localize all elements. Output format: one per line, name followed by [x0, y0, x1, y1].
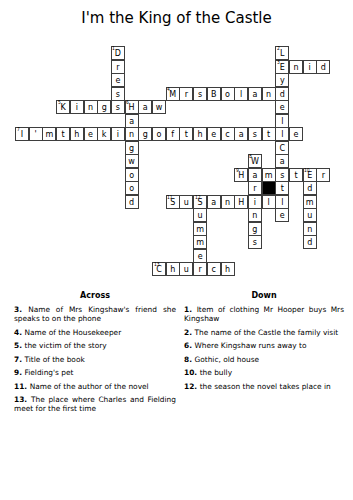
cell-letter: c — [222, 128, 234, 141]
cell-letter: r — [180, 88, 192, 101]
cell-letter: t — [57, 128, 69, 141]
grid-cell-r7-c5: h — [70, 127, 84, 141]
clue-down-1: 1. Item of clothing Mr Hooper buys Mrs K… — [184, 305, 344, 323]
grid-cell-r1-c20: L2 — [275, 46, 289, 60]
grid-cell-r4-c8: s — [111, 87, 125, 101]
grid-cell-r9-c9: w — [125, 154, 139, 168]
cell-letter: h — [194, 128, 206, 141]
clue-across-4: 4. Name of the Housekeeper — [14, 328, 176, 337]
clue-number: 12 — [195, 196, 201, 200]
clue-down-12: 12. the season the novel takes place in — [184, 382, 344, 391]
clue-item-text: Fielding's pet — [25, 368, 74, 377]
cell-letter: l — [276, 115, 288, 128]
grid-cell-r13-c14: u — [193, 208, 207, 222]
grid-cell-r10-c19: m — [262, 168, 276, 182]
cell-letter: r — [112, 61, 124, 74]
cell-letter: c — [208, 263, 220, 276]
cell-letter: r — [249, 182, 261, 195]
clue-down-10: 10. the bully — [184, 368, 344, 377]
grid-cell-r2-c22: i — [303, 60, 317, 74]
grid-cell-r17-c14: r — [193, 262, 207, 276]
grid-cell-r10-c21: t — [289, 168, 303, 182]
grid-cell-r12-c22: m — [303, 195, 317, 209]
across-clues-column: Across 3. Name of Mrs Kingshaw's friend … — [14, 291, 176, 418]
cell-letter: n — [290, 61, 302, 74]
cell-letter: o — [222, 88, 234, 101]
cell-letter: B — [208, 88, 220, 101]
grid-cell-r5-c5: i — [70, 100, 84, 114]
clue-item-number: 3. — [14, 305, 28, 314]
grid-cell-r4-c19: n — [262, 87, 276, 101]
grid-cell-r11-c9: o — [125, 181, 139, 195]
grid-cell-r11-c18: r — [248, 181, 262, 195]
grid-cell-r7-c14: h — [193, 127, 207, 141]
grid-cell-r4-c18: a — [248, 87, 262, 101]
clue-item-text: Name of Mrs Kingshaw's friend she speaks… — [14, 305, 176, 323]
cell-letter: h — [167, 263, 179, 276]
cell-letter: e — [276, 101, 288, 114]
clue-number: 8 — [249, 155, 252, 159]
grid-cell-r15-c18: s — [248, 235, 262, 249]
cell-letter: m — [194, 223, 206, 236]
grid-cell-r10-c20: s — [275, 168, 289, 182]
clue-item-text: The name of the Castle the family visit — [195, 328, 339, 337]
clue-item-number: 2. — [184, 328, 195, 337]
grid-cell-r4-c12: M4 — [166, 87, 180, 101]
cell-letter: i — [71, 101, 83, 114]
cell-letter: d — [317, 61, 329, 74]
cell-letter: n — [85, 101, 97, 114]
cell-letter: t — [276, 182, 288, 195]
grid-cell-r13-c22: u — [303, 208, 317, 222]
grid-cell-r8-c20: C — [275, 141, 289, 155]
grid-cell-r7-c17: a — [234, 127, 248, 141]
cell-letter: s — [249, 128, 261, 141]
clue-number: 9 — [236, 169, 239, 173]
clue-item-text: the bully — [200, 368, 232, 377]
cell-letter: r — [194, 263, 206, 276]
clue-item-text: the victim of the story — [25, 341, 107, 350]
grid-cell-r14-c14: m — [193, 222, 207, 236]
cell-letter: s — [112, 88, 124, 101]
clue-item-text: Name of the Housekeeper — [25, 328, 122, 337]
cell-letter: d — [126, 196, 138, 209]
cell-letter: t — [263, 128, 275, 141]
grid-cell-r2-c20: E3 — [275, 60, 289, 74]
grid-cell-r15-c22: d — [303, 235, 317, 249]
grid-cell-r7-c18: s — [248, 127, 262, 141]
clue-item-number: 12. — [184, 382, 200, 391]
grid-cell-r13-c20: e — [275, 208, 289, 222]
grid-cell-r14-c18: g — [248, 222, 262, 236]
cell-letter: e — [276, 209, 288, 222]
cell-letter: e — [112, 74, 124, 87]
grid-cell-r6-c20: l — [275, 114, 289, 128]
grid-cell-r4-c14: s — [193, 87, 207, 101]
clue-number: 11 — [167, 196, 173, 200]
across-header: Across — [14, 291, 176, 300]
cell-letter: w — [126, 155, 138, 168]
clue-across-5: 5. the victim of the story — [14, 341, 176, 350]
grid-cell-r2-c8: r — [111, 60, 125, 74]
cell-letter: m — [304, 196, 316, 209]
grid-cell-r10-c18: a — [248, 168, 262, 182]
clue-across-9: 9. Fielding's pet — [14, 368, 176, 377]
grid-cell-r12-c17: H — [234, 195, 248, 209]
grid-cell-r7-c7: k — [97, 127, 111, 141]
grid-cell-r3-c8: e — [111, 73, 125, 87]
grid-cell-r9-c18: W8 — [248, 154, 262, 168]
clue-number: 7 — [17, 128, 20, 132]
cell-letter: l — [276, 196, 288, 209]
grid-cell-r5-c9: H6 — [125, 100, 139, 114]
clue-item-number: 6. — [184, 341, 195, 350]
cell-letter: g — [249, 223, 261, 236]
cell-letter: d — [304, 182, 316, 195]
black-cell — [262, 181, 276, 195]
cell-letter: l — [235, 88, 247, 101]
grid-cell-r10-c22: E10 — [303, 168, 317, 182]
grid-cell-r5-c10: a — [138, 100, 152, 114]
cell-letter: g — [98, 101, 110, 114]
cell-letter: a — [276, 155, 288, 168]
grid-cell-r5-c7: g — [97, 100, 111, 114]
clue-item-number: 4. — [14, 328, 25, 337]
cell-letter: o — [126, 169, 138, 182]
clue-item-number: 13. — [14, 395, 31, 404]
cell-letter: a — [126, 115, 138, 128]
grid-cell-r7-c3: m — [42, 127, 56, 141]
grid-cell-r7-c15: e — [207, 127, 221, 141]
cell-letter: d — [276, 88, 288, 101]
cell-letter: i — [304, 61, 316, 74]
clue-number: 6 — [126, 101, 129, 105]
cell-letter: g — [139, 128, 151, 141]
cell-letter: w — [153, 101, 165, 114]
down-clues-list: 1. Item of clothing Mr Hooper buys Mrs K… — [184, 305, 344, 391]
cell-letter: n — [126, 128, 138, 141]
cell-letter: u — [180, 263, 192, 276]
cell-letter: u — [304, 209, 316, 222]
cell-letter: e — [85, 128, 97, 141]
grid-cell-r12-c12: S11 — [166, 195, 180, 209]
clue-item-number: 11. — [14, 382, 30, 391]
clue-item-text: The place where Charles and Fielding mee… — [14, 395, 176, 413]
clue-item-number: 5. — [14, 341, 25, 350]
grid-cell-r7-c10: g — [138, 127, 152, 141]
cell-letter: g — [126, 142, 138, 155]
grid-cell-r10-c9: o — [125, 168, 139, 182]
cell-letter: C — [276, 142, 288, 155]
grid-cell-r12-c14: S12 — [193, 195, 207, 209]
grid-cell-r7-c16: c — [221, 127, 235, 141]
grid-cell-r5-c8: s — [111, 100, 125, 114]
cell-letter: i — [112, 128, 124, 141]
clue-across-7: 7. Title of the book — [14, 355, 176, 364]
grid-cell-r17-c13: u — [179, 262, 193, 276]
cell-letter: ' — [30, 128, 42, 141]
clue-across-3: 3. Name of Mrs Kingshaw's friend she spe… — [14, 305, 176, 323]
grid-cell-r7-c1: I7 — [15, 127, 29, 141]
grid-cell-r4-c17: l — [234, 87, 248, 101]
cell-letter: a — [208, 196, 220, 209]
cell-letter: l — [263, 196, 275, 209]
cell-letter: t — [290, 169, 302, 182]
grid-cell-r7-c6: e — [84, 127, 98, 141]
cell-letter: a — [235, 128, 247, 141]
grid-cell-r5-c6: n — [84, 100, 98, 114]
cell-letter: a — [139, 101, 151, 114]
page-title: I'm the King of the Castle — [0, 9, 353, 27]
grid-cell-r10-c17: H9 — [234, 168, 248, 182]
grid-cell-r12-c15: a — [207, 195, 221, 209]
worksheet-page: I'm the King of the Castle D1L2rE3nideys… — [0, 0, 353, 500]
grid-cell-r7-c8: i — [111, 127, 125, 141]
clue-item-number: 9. — [14, 368, 25, 377]
cell-letter: f — [167, 128, 179, 141]
grid-cell-r13-c18: n — [248, 208, 262, 222]
cell-letter: u — [194, 209, 206, 222]
cell-letter: n — [249, 209, 261, 222]
grid-cell-r11-c22: d — [303, 181, 317, 195]
clue-item-number: 10. — [184, 368, 200, 377]
cell-letter: l — [276, 128, 288, 141]
grid-cell-r3-c20: y — [275, 73, 289, 87]
cell-letter: y — [276, 74, 288, 87]
grid-cell-r6-c9: a — [125, 114, 139, 128]
down-clues-column: Down 1. Item of clothing Mr Hooper buys … — [184, 291, 344, 418]
across-clues-list: 3. Name of Mrs Kingshaw's friend she spe… — [14, 305, 176, 413]
grid-cell-r5-c11: w — [152, 100, 166, 114]
clue-item-number: 8. — [184, 355, 195, 364]
down-header: Down — [184, 291, 344, 300]
cell-letter: s — [276, 169, 288, 182]
cell-letter: k — [98, 128, 110, 141]
grid-cell-r2-c23: d — [316, 60, 330, 74]
cell-letter: h — [222, 263, 234, 276]
cell-letter: i — [249, 196, 261, 209]
clue-item-number: 7. — [14, 355, 25, 364]
grid-cell-r12-c16: n — [221, 195, 235, 209]
grid-cell-r12-c13: u — [179, 195, 193, 209]
clue-item-text: the season the novel takes place in — [200, 382, 331, 391]
cell-letter: r — [317, 169, 329, 182]
cell-letter: t — [180, 128, 192, 141]
clue-number: 4 — [167, 88, 170, 92]
clue-item-number: 1. — [184, 305, 197, 314]
grid-cell-r7-c20: l — [275, 127, 289, 141]
grid-cell-r9-c20: a — [275, 154, 289, 168]
grid-cell-r11-c20: t — [275, 181, 289, 195]
cell-letter: m — [43, 128, 55, 141]
grid-cell-r4-c16: o — [221, 87, 235, 101]
cell-letter: d — [304, 236, 316, 249]
clue-number: 10 — [304, 169, 310, 173]
grid-cell-r7-c12: f — [166, 127, 180, 141]
clue-down-2: 2. The name of the Castle the family vis… — [184, 328, 344, 337]
clue-number: 3 — [277, 61, 280, 65]
cell-letter: o — [126, 182, 138, 195]
clue-item-text: Item of clothing Mr Hooper buys Mrs King… — [184, 305, 344, 323]
clue-across-13: 13. The place where Charles and Fielding… — [14, 395, 176, 413]
grid-cell-r12-c18: i — [248, 195, 262, 209]
clue-number: 5 — [58, 101, 61, 105]
grid-cell-r12-c9: d — [125, 195, 139, 209]
cell-letter: n — [263, 88, 275, 101]
grid-cell-r7-c19: t — [262, 127, 276, 141]
clue-down-6: 6. Where Kingshaw runs away to — [184, 341, 344, 350]
grid-cell-r10-c23: r — [316, 168, 330, 182]
cell-letter: h — [71, 128, 83, 141]
clue-number: 1 — [112, 47, 115, 51]
grid-cell-r17-c11: C13 — [152, 262, 166, 276]
cell-letter: a — [249, 88, 261, 101]
cell-letter: s — [112, 101, 124, 114]
clue-number: 2 — [277, 47, 280, 51]
grid-cell-r7-c11: o — [152, 127, 166, 141]
grid-cell-r12-c19: l — [262, 195, 276, 209]
grid-cell-r1-c8: D1 — [111, 46, 125, 60]
grid-cell-r7-c9: n — [125, 127, 139, 141]
cell-letter: m — [263, 169, 275, 182]
clue-item-text: Gothic, old house — [195, 355, 260, 364]
grid-cell-r8-c9: g — [125, 141, 139, 155]
grid-cell-r7-c2: ' — [29, 127, 43, 141]
grid-cell-r5-c4: K5 — [56, 100, 70, 114]
cell-letter: s — [194, 88, 206, 101]
grid-cell-r17-c16: h — [221, 262, 235, 276]
cell-letter: o — [153, 128, 165, 141]
cell-letter: H — [235, 196, 247, 209]
grid-cell-r16-c14: e — [193, 249, 207, 263]
grid-cell-r15-c14: m — [193, 235, 207, 249]
grid-cell-r2-c21: n — [289, 60, 303, 74]
clue-item-text: Where Kingshaw runs away to — [195, 341, 307, 350]
cell-letter: e — [194, 250, 206, 263]
cell-letter: e — [290, 128, 302, 141]
grid-cell-r7-c13: t — [179, 127, 193, 141]
clue-number: 13 — [154, 263, 160, 267]
cell-letter: u — [180, 196, 192, 209]
grid-cell-r5-c20: e — [275, 100, 289, 114]
grid-cell-r17-c12: h — [166, 262, 180, 276]
cell-letter: s — [249, 236, 261, 249]
grid-cell-r7-c4: t — [56, 127, 70, 141]
cell-letter: a — [249, 169, 261, 182]
clue-item-text: Title of the book — [25, 355, 85, 364]
grid-cell-r12-c20: l — [275, 195, 289, 209]
clues-section: Across 3. Name of Mrs Kingshaw's friend … — [14, 291, 344, 418]
grid-cell-r4-c20: d — [275, 87, 289, 101]
grid-cell-r4-c13: r — [179, 87, 193, 101]
grid-cell-r7-c21: e — [289, 127, 303, 141]
clue-item-text: Name of the author of the novel — [30, 382, 149, 391]
cell-letter: n — [222, 196, 234, 209]
cell-letter: n — [304, 223, 316, 236]
clue-down-8: 8. Gothic, old house — [184, 355, 344, 364]
cell-letter: e — [208, 128, 220, 141]
grid-cell-r14-c22: n — [303, 222, 317, 236]
cell-letter: m — [194, 236, 206, 249]
grid-cell-r17-c15: c — [207, 262, 221, 276]
clue-across-11: 11. Name of the author of the novel — [14, 382, 176, 391]
grid-cell-r4-c15: B — [207, 87, 221, 101]
